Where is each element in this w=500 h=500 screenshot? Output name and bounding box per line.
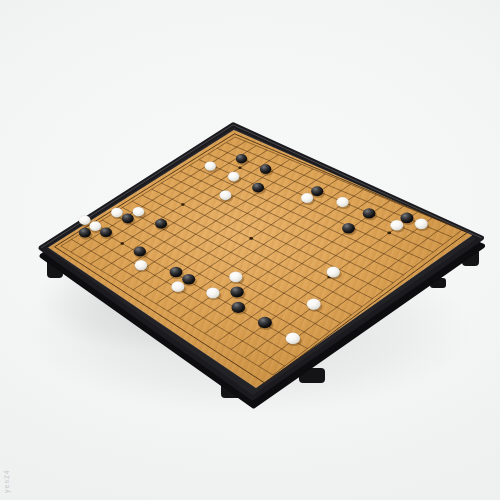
stone-white <box>133 207 145 217</box>
go-board-svg: ········ <box>0 0 500 500</box>
stone-white <box>111 208 123 218</box>
stone-white <box>301 193 313 203</box>
stone-black <box>236 154 247 163</box>
stone-white <box>79 215 91 225</box>
stone-black <box>170 267 183 278</box>
stone-black <box>342 223 355 234</box>
go-board: ········ <box>0 0 500 500</box>
stone-white <box>205 161 216 170</box>
stone-black <box>122 214 134 224</box>
stone-black <box>232 302 246 313</box>
stone-black <box>400 213 413 224</box>
product-photo-scene: ········ yes24 <box>0 0 500 500</box>
stone-white <box>286 333 300 345</box>
stone-white <box>135 260 148 270</box>
stone-white <box>415 219 428 230</box>
stone-black <box>100 227 112 237</box>
stone-black <box>182 274 195 285</box>
stone-white <box>171 281 184 292</box>
stone-white <box>229 272 242 283</box>
stone-black <box>252 183 264 193</box>
stone-white <box>228 172 240 182</box>
stone-white <box>307 299 321 310</box>
stone-white <box>327 267 340 278</box>
stone-black <box>258 317 272 328</box>
stone-black <box>363 208 376 218</box>
stone-black <box>260 164 272 174</box>
stone-black <box>79 228 91 238</box>
watermark: yes24 <box>3 443 15 493</box>
stone-white <box>89 221 101 231</box>
stone-black <box>230 286 243 297</box>
stone-white <box>336 197 348 207</box>
stone-white <box>390 220 403 231</box>
stone-black <box>155 219 167 229</box>
stone-black <box>311 186 323 196</box>
stone-white <box>220 190 232 200</box>
stone-white <box>206 288 219 299</box>
stone-black <box>134 246 146 256</box>
